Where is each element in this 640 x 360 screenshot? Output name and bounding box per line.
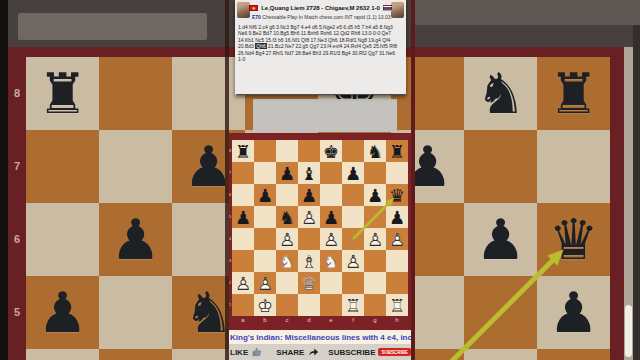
square-e1[interactable] — [320, 294, 342, 316]
square-e3[interactable]: ♞♘ — [320, 250, 342, 272]
bg-rank-label-7: 7 — [8, 160, 26, 172]
square-e8[interactable]: ♚ — [320, 140, 342, 162]
rank-label-6: 6 — [229, 193, 232, 197]
square-f7[interactable]: ♟ — [342, 162, 364, 184]
square-g5[interactable] — [364, 206, 386, 228]
square-h5[interactable]: ♟ — [386, 206, 408, 228]
square-d8[interactable] — [298, 140, 320, 162]
share-arrow-icon[interactable] — [308, 347, 319, 357]
square-d2[interactable]: ♛♕ — [298, 272, 320, 294]
square-a8[interactable]: ♜ — [232, 140, 254, 162]
event-line: E70 Chessable Play-In Match chess.com IN… — [252, 14, 392, 22]
square-f3[interactable]: ♟♙ — [342, 250, 364, 272]
black-bishop-d7[interactable]: ♝ — [298, 162, 320, 184]
black-rook-h8[interactable]: ♜ — [386, 140, 408, 162]
right-screen-edge — [633, 25, 640, 360]
move-line[interactable]: Na6 9.Be2 Bd7 10.Bg5 Bh6 11.Bxh6 Rxh6 12… — [238, 30, 404, 36]
diagram-frame: ♜♚♞♜♟♝♟♟♟♟♛♟♞♟♙♟♟♟♙♟♙♟♙♟♙♞♘♝♗♞♘♟♙♟♙♟♙♛♕♚… — [229, 133, 411, 330]
square-d6[interactable]: ♟ — [298, 184, 320, 206]
black-pawn-e5[interactable]: ♟ — [320, 206, 342, 228]
square-a7 — [26, 130, 99, 203]
square-f8[interactable] — [342, 140, 364, 162]
like-button[interactable]: LIKE — [230, 348, 248, 357]
square-a5: ♟ — [26, 276, 99, 349]
center-column-right-border — [411, 0, 415, 360]
black-king-e8[interactable]: ♚ — [320, 140, 342, 162]
black-pawn-a5[interactable]: ♟ — [232, 206, 254, 228]
white-knight-c3[interactable]: ♞♘ — [276, 250, 298, 272]
black-pawn-c7[interactable]: ♟ — [276, 162, 298, 184]
square-g5 — [464, 276, 537, 349]
square-h2[interactable] — [386, 272, 408, 294]
square-g7[interactable] — [364, 162, 386, 184]
bg-rank-label-5: 5 — [8, 306, 26, 318]
square-b5 — [99, 276, 172, 349]
white-pawn-b2[interactable]: ♟♙ — [254, 272, 276, 294]
square-c7[interactable]: ♟ — [276, 162, 298, 184]
black-knight-c5[interactable]: ♞ — [276, 206, 298, 228]
players-names: Le,Quang Liem 2728 - Chigaev,M 2632 1-0 — [261, 5, 380, 11]
square-b4 — [99, 349, 172, 360]
square-h3[interactable] — [386, 250, 408, 272]
square-b6[interactable]: ♟ — [254, 184, 276, 206]
square-h8: ♜ — [537, 57, 610, 130]
current-move-highlight[interactable]: Qh6 — [255, 43, 266, 49]
event-details: Chessable Play-In Match chess.com INT ra… — [261, 14, 392, 20]
square-d3[interactable]: ♝♗ — [298, 250, 320, 272]
square-e4[interactable]: ♟♙ — [320, 228, 342, 250]
square-b3[interactable] — [254, 250, 276, 272]
square-a6 — [26, 203, 99, 276]
file-label-b: b — [254, 317, 276, 323]
left-screen-edge — [0, 0, 8, 360]
subscribe-badge-button[interactable]: SUBSCRIBE — [378, 348, 411, 356]
russia-flag-icon — [383, 5, 392, 11]
square-g8[interactable]: ♞ — [364, 140, 386, 162]
white-queen-d2[interactable]: ♛♕ — [298, 272, 320, 294]
dimmed-toolbar-right — [415, 0, 640, 25]
file-label-g: g — [364, 317, 386, 323]
black-pawn-b6[interactable]: ♟ — [254, 184, 276, 206]
black-rook-a8[interactable]: ♜ — [232, 140, 254, 162]
white-pawn-e4[interactable]: ♟♙ — [320, 228, 342, 250]
square-g2[interactable] — [364, 272, 386, 294]
square-a8: ♜ — [26, 57, 99, 130]
square-a2[interactable]: ♟♙ — [232, 272, 254, 294]
white-knight-e3[interactable]: ♞♘ — [320, 250, 342, 272]
caption-bar: King's Indian: Miscellaneous lines with … — [229, 330, 411, 344]
video-frame: 8765 ♜♚♞♜♟♝♟♟♟♟♛♟♞♟♙♟♟♟♙♟♙♟♙♟♙♞♘♝♗♞♘♟♙♟♙… — [0, 0, 640, 360]
black-pawn-g6: ♟ — [464, 203, 537, 276]
subscribe-button[interactable]: SUBSCRIBE — [328, 348, 375, 357]
square-e6[interactable] — [320, 184, 342, 206]
square-g6[interactable]: ♟ — [364, 184, 386, 206]
white-pawn-f3[interactable]: ♟♙ — [342, 250, 364, 272]
square-h4[interactable]: ♟♙ — [386, 228, 408, 250]
footer-bar: LIKE SHARE SUBSCRIBE SUBSCRIBE — [229, 344, 411, 360]
square-b7 — [99, 130, 172, 203]
white-rook-h1[interactable]: ♜♖ — [386, 294, 408, 316]
black-pawn-g6[interactable]: ♟ — [364, 184, 386, 206]
rank-label-2: 2 — [229, 281, 232, 285]
square-g1[interactable] — [364, 294, 386, 316]
square-g7 — [464, 130, 537, 203]
rank-label-7: 7 — [229, 171, 232, 175]
white-pawn-g4[interactable]: ♟♙ — [364, 228, 386, 250]
rank-label-5: 5 — [229, 215, 232, 219]
square-h6[interactable]: ♛ — [386, 184, 408, 206]
square-g4: ♟♙ — [464, 349, 537, 360]
vietnam-flag-icon: ★ — [249, 5, 258, 11]
white-pawn-h4: ♟♙ — [537, 349, 610, 360]
thumbs-up-icon[interactable] — [252, 347, 262, 357]
game-info-panel: ★ Le,Quang Liem 2728 - Chigaev,M 2632 1-… — [235, 0, 406, 95]
square-h7 — [537, 130, 610, 203]
black-pawn-d6[interactable]: ♟ — [298, 184, 320, 206]
square-g4[interactable]: ♟♙ — [364, 228, 386, 250]
move-line[interactable]: 20.Bd3 Qh6 21.Bc2 Ne7 22.g5 Qg7 23.f4 ex… — [238, 43, 404, 49]
square-g3[interactable] — [364, 250, 386, 272]
file-label-c: c — [276, 317, 298, 323]
rank-label-4: 4 — [229, 237, 232, 241]
move-list[interactable]: 1.d4 Nf6 2.c4 g6 3.Nc3 Bg7 4.e4 d6 5.Nge… — [238, 24, 404, 62]
square-b8[interactable] — [254, 140, 276, 162]
white-pawn-a2[interactable]: ♟♙ — [232, 272, 254, 294]
file-label-d: d — [298, 317, 320, 323]
black-pawn-b6: ♟ — [99, 203, 172, 276]
move-line[interactable]: 26.Nd4 Bg4 27.Rhf1 Nd7 28.Ba4 Bh3 29.R1f… — [238, 50, 404, 56]
black-player-avatar — [391, 2, 404, 18]
bg-rank-label-6: 6 — [8, 233, 26, 245]
white-pawn-c4[interactable]: ♟♙ — [276, 228, 298, 250]
square-f2[interactable] — [342, 272, 364, 294]
players-header-row: ★ Le,Quang Liem 2728 - Chigaev,M 2632 1-… — [252, 2, 389, 14]
white-pawn-h4[interactable]: ♟♙ — [386, 228, 408, 250]
square-h6: ♛ — [537, 203, 610, 276]
black-knight-g8[interactable]: ♞ — [364, 140, 386, 162]
dimmed-panel — [253, 99, 397, 132]
bg-rank-label-8: 8 — [8, 87, 26, 99]
square-b1[interactable]: ♚♔ — [254, 294, 276, 316]
eco-code: E70 — [252, 14, 261, 20]
square-e5[interactable]: ♟ — [320, 206, 342, 228]
diagram-chess-board: ♜♚♞♜♟♝♟♟♟♟♛♟♞♟♙♟♟♟♙♟♙♟♙♟♙♞♘♝♗♞♘♟♙♟♙♟♙♛♕♚… — [232, 140, 408, 316]
square-a4[interactable] — [232, 228, 254, 250]
square-c1[interactable] — [276, 294, 298, 316]
square-d1[interactable] — [298, 294, 320, 316]
square-b2[interactable]: ♟♙ — [254, 272, 276, 294]
square-f5[interactable] — [342, 206, 364, 228]
black-rook-h8: ♜ — [537, 57, 610, 130]
white-king-b1[interactable]: ♚♔ — [254, 294, 276, 316]
white-player-avatar — [237, 2, 250, 18]
square-g6: ♟ — [464, 203, 537, 276]
square-c6[interactable] — [276, 184, 298, 206]
file-label-a: a — [232, 317, 254, 323]
square-b7[interactable] — [254, 162, 276, 184]
square-h7[interactable] — [386, 162, 408, 184]
square-a1[interactable] — [232, 294, 254, 316]
square-e2[interactable] — [320, 272, 342, 294]
square-a4 — [26, 349, 99, 360]
rank-label-1: 1 — [229, 303, 232, 307]
rank-label-3: 3 — [229, 259, 232, 263]
square-b4[interactable] — [254, 228, 276, 250]
square-h4: ♟♙ — [537, 349, 610, 360]
square-f1[interactable]: ♜♖ — [342, 294, 364, 316]
black-pawn-h5[interactable]: ♟ — [386, 206, 408, 228]
square-c5[interactable]: ♞ — [276, 206, 298, 228]
black-pawn-h5: ♟ — [537, 276, 610, 349]
square-c3[interactable]: ♞♘ — [276, 250, 298, 272]
black-knight-g8: ♞ — [464, 57, 537, 130]
square-e7[interactable] — [320, 162, 342, 184]
square-a3[interactable] — [232, 250, 254, 272]
square-c4[interactable]: ♟♙ — [276, 228, 298, 250]
square-b8 — [99, 57, 172, 130]
square-d5[interactable]: ♟♙ — [298, 206, 320, 228]
white-bishop-d3[interactable]: ♝♗ — [298, 250, 320, 272]
square-h1[interactable]: ♜♖ — [386, 294, 408, 316]
square-a7[interactable] — [232, 162, 254, 184]
square-b6: ♟ — [99, 203, 172, 276]
square-a5[interactable]: ♟ — [232, 206, 254, 228]
square-g8: ♞ — [464, 57, 537, 130]
black-queen-h6[interactable]: ♛ — [386, 184, 408, 206]
dimmed-toolbar-left — [18, 13, 207, 40]
square-h8[interactable]: ♜ — [386, 140, 408, 162]
white-pawn-g4: ♟♙ — [464, 349, 537, 360]
square-f6[interactable] — [342, 184, 364, 206]
scrollbar-thumb[interactable] — [625, 305, 632, 357]
file-label-h: h — [386, 317, 408, 323]
square-a6[interactable] — [232, 184, 254, 206]
white-pawn-d5[interactable]: ♟♙ — [298, 206, 320, 228]
square-h5: ♟ — [537, 276, 610, 349]
square-c2[interactable] — [276, 272, 298, 294]
file-label-f: f — [342, 317, 364, 323]
square-f4[interactable] — [342, 228, 364, 250]
rank-label-8: 8 — [229, 149, 232, 153]
move-line[interactable]: 1-0 — [238, 56, 404, 62]
file-label-e: e — [320, 317, 342, 323]
share-button[interactable]: SHARE — [276, 348, 304, 357]
white-rook-f1[interactable]: ♜♖ — [342, 294, 364, 316]
square-b5[interactable] — [254, 206, 276, 228]
black-queen-h6: ♛ — [537, 203, 610, 276]
square-c8[interactable] — [276, 140, 298, 162]
square-d7[interactable]: ♝ — [298, 162, 320, 184]
square-d4[interactable] — [298, 228, 320, 250]
caption-text: King's Indian: Miscellaneous lines with … — [229, 333, 411, 342]
panel-separator — [236, 94, 406, 95]
black-pawn-a5: ♟ — [26, 276, 99, 349]
black-pawn-f7[interactable]: ♟ — [342, 162, 364, 184]
black-rook-a8: ♜ — [26, 57, 99, 130]
